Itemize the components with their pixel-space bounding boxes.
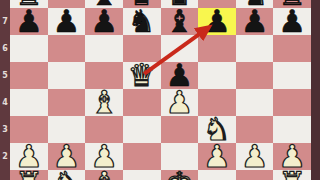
- rank-label-2: 2: [0, 152, 10, 161]
- chess-board: ♜♝♛♚♞♜♟♟♟♞♝♟♟♟♛♟♝♟♞♟♟♟♟♟♟♜♞♝♚♜: [10, 0, 311, 180]
- square-b5[interactable]: [48, 62, 86, 89]
- square-a6[interactable]: [10, 35, 48, 62]
- square-h2[interactable]: ♟: [273, 143, 311, 170]
- square-d8[interactable]: ♛: [123, 0, 161, 8]
- square-a5[interactable]: [10, 62, 48, 89]
- white-bishop-c1: ♝: [90, 170, 118, 180]
- square-c5[interactable]: [85, 62, 123, 89]
- square-f1[interactable]: [198, 170, 236, 180]
- square-g4[interactable]: [236, 89, 274, 116]
- square-d5[interactable]: ♛: [123, 62, 161, 89]
- square-e2[interactable]: [161, 143, 199, 170]
- square-e6[interactable]: [161, 35, 199, 62]
- square-h3[interactable]: [273, 116, 311, 143]
- square-b7[interactable]: ♟: [48, 8, 86, 35]
- black-pawn-b7: ♟: [53, 8, 81, 35]
- square-e3[interactable]: [161, 116, 199, 143]
- white-rook-a1: ♜: [15, 170, 43, 180]
- square-a3[interactable]: [10, 116, 48, 143]
- white-bishop-c4: ♝: [90, 89, 118, 116]
- square-f2[interactable]: ♟: [198, 143, 236, 170]
- black-bishop-e7: ♝: [165, 8, 193, 35]
- white-pawn-a2: ♟: [15, 143, 43, 170]
- black-knight-d7: ♞: [128, 8, 156, 35]
- chess-video-frame: ♜♝♛♚♞♜♟♟♟♞♝♟♟♟♛♟♝♟♞♟♟♟♟♟♟♜♞♝♚♜ 765432: [0, 0, 320, 180]
- black-knight-g8: ♞: [241, 0, 269, 8]
- square-e1[interactable]: ♚: [161, 170, 199, 180]
- square-b1[interactable]: ♞: [48, 170, 86, 180]
- black-pawn-e5: ♟: [165, 62, 193, 89]
- square-f7[interactable]: ♟: [198, 8, 236, 35]
- square-d4[interactable]: [123, 89, 161, 116]
- black-bishop-c8: ♝: [90, 0, 118, 8]
- rank-label-5: 5: [0, 71, 10, 80]
- square-c2[interactable]: ♟: [85, 143, 123, 170]
- square-c7[interactable]: ♟: [85, 8, 123, 35]
- square-b6[interactable]: [48, 35, 86, 62]
- black-pawn-f7: ♟: [203, 8, 231, 35]
- square-f8[interactable]: [198, 0, 236, 8]
- black-pawn-g7: ♟: [241, 8, 269, 35]
- square-h5[interactable]: [273, 62, 311, 89]
- rank-label-6: 6: [0, 44, 10, 53]
- square-a4[interactable]: [10, 89, 48, 116]
- square-d7[interactable]: ♞: [123, 8, 161, 35]
- square-e7[interactable]: ♝: [161, 8, 199, 35]
- white-pawn-h2: ♟: [278, 143, 306, 170]
- white-pawn-f2: ♟: [203, 143, 231, 170]
- square-g2[interactable]: ♟: [236, 143, 274, 170]
- white-king-e1: ♚: [165, 170, 193, 180]
- square-b4[interactable]: [48, 89, 86, 116]
- square-c4[interactable]: ♝: [85, 89, 123, 116]
- square-g7[interactable]: ♟: [236, 8, 274, 35]
- square-c3[interactable]: [85, 116, 123, 143]
- black-pawn-h7: ♟: [278, 8, 306, 35]
- square-a8[interactable]: ♜: [10, 0, 48, 8]
- rank-label-7: 7: [0, 17, 10, 26]
- white-knight-b1: ♞: [53, 170, 81, 180]
- square-h1[interactable]: ♜: [273, 170, 311, 180]
- square-h4[interactable]: [273, 89, 311, 116]
- rank-label-4: 4: [0, 98, 10, 107]
- square-f6[interactable]: [198, 35, 236, 62]
- square-c8[interactable]: ♝: [85, 0, 123, 8]
- square-e4[interactable]: ♟: [161, 89, 199, 116]
- square-h7[interactable]: ♟: [273, 8, 311, 35]
- square-c1[interactable]: ♝: [85, 170, 123, 180]
- square-b8[interactable]: [48, 0, 86, 8]
- square-f4[interactable]: [198, 89, 236, 116]
- white-pawn-e4: ♟: [165, 89, 193, 116]
- square-g8[interactable]: ♞: [236, 0, 274, 8]
- white-pawn-g2: ♟: [241, 143, 269, 170]
- square-a1[interactable]: ♜: [10, 170, 48, 180]
- square-f3[interactable]: ♞: [198, 116, 236, 143]
- square-g5[interactable]: [236, 62, 274, 89]
- black-rook-h8: ♜: [278, 0, 306, 8]
- square-g1[interactable]: [236, 170, 274, 180]
- square-a7[interactable]: ♟: [10, 8, 48, 35]
- rank-label-3: 3: [0, 125, 10, 134]
- square-h8[interactable]: ♜: [273, 0, 311, 8]
- square-b2[interactable]: ♟: [48, 143, 86, 170]
- square-e5[interactable]: ♟: [161, 62, 199, 89]
- square-e8[interactable]: ♚: [161, 0, 199, 8]
- white-knight-f3: ♞: [203, 116, 231, 143]
- square-d2[interactable]: [123, 143, 161, 170]
- square-b3[interactable]: [48, 116, 86, 143]
- square-a2[interactable]: ♟: [10, 143, 48, 170]
- white-pawn-b2: ♟: [53, 143, 81, 170]
- black-pawn-a7: ♟: [15, 8, 43, 35]
- white-queen-d5: ♛: [128, 62, 156, 89]
- square-d6[interactable]: [123, 35, 161, 62]
- square-d1[interactable]: [123, 170, 161, 180]
- square-f5[interactable]: [198, 62, 236, 89]
- black-king-e8: ♚: [165, 0, 193, 8]
- white-pawn-c2: ♟: [90, 143, 118, 170]
- square-g6[interactable]: [236, 35, 274, 62]
- square-h6[interactable]: [273, 35, 311, 62]
- black-pawn-c7: ♟: [90, 8, 118, 35]
- square-d3[interactable]: [123, 116, 161, 143]
- white-rook-h1: ♜: [278, 170, 306, 180]
- black-rook-a8: ♜: [15, 0, 43, 8]
- square-g3[interactable]: [236, 116, 274, 143]
- board-right-border: [311, 0, 320, 180]
- black-queen-d8: ♛: [128, 0, 156, 8]
- square-c6[interactable]: [85, 35, 123, 62]
